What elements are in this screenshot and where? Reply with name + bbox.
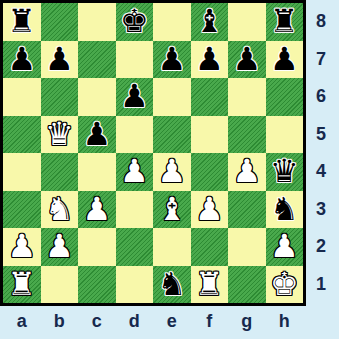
chess-app: ♜♚♝♜♟♟♟♟♟♟♟♛♟♟♟♟♛♞♟♝♟♞♟♟♟♜♞♜♚ 87654321 a… [0,0,339,339]
black-king-piece[interactable]: ♚ [116,3,154,41]
square-b5[interactable]: ♛ [41,116,79,154]
square-h3[interactable]: ♞ [266,191,304,229]
square-e5[interactable] [153,116,191,154]
black-pawn-piece[interactable]: ♟ [191,41,229,79]
black-bishop-piece[interactable]: ♝ [191,3,229,41]
square-a8[interactable]: ♜ [3,3,41,41]
square-f6[interactable] [191,78,229,116]
white-pawn-piece[interactable]: ♟ [228,153,266,191]
square-d7[interactable] [116,41,154,79]
square-h5[interactable] [266,116,304,154]
black-knight-piece[interactable]: ♞ [153,266,191,304]
square-f1[interactable]: ♜ [191,266,229,304]
rank-label-7: 7 [306,41,336,79]
square-c7[interactable] [78,41,116,79]
square-h2[interactable]: ♟ [266,228,304,266]
white-queen-piece[interactable]: ♛ [41,116,79,154]
square-c2[interactable] [78,228,116,266]
square-e4[interactable]: ♟ [153,153,191,191]
square-f8[interactable]: ♝ [191,3,229,41]
square-a6[interactable] [3,78,41,116]
square-f5[interactable] [191,116,229,154]
black-queen-piece[interactable]: ♛ [266,153,304,191]
white-bishop-piece[interactable]: ♝ [153,191,191,229]
white-pawn-piece[interactable]: ♟ [41,228,79,266]
file-label-a: a [3,306,41,336]
square-d4[interactable]: ♟ [116,153,154,191]
square-g6[interactable] [228,78,266,116]
square-f2[interactable] [191,228,229,266]
square-d3[interactable] [116,191,154,229]
square-h4[interactable]: ♛ [266,153,304,191]
square-e3[interactable]: ♝ [153,191,191,229]
black-rook-piece[interactable]: ♜ [266,3,304,41]
square-c5[interactable]: ♟ [78,116,116,154]
black-pawn-piece[interactable]: ♟ [3,41,41,79]
file-label-c: c [78,306,116,336]
square-f7[interactable]: ♟ [191,41,229,79]
file-label-f: f [191,306,229,336]
square-c1[interactable] [78,266,116,304]
white-pawn-piece[interactable]: ♟ [153,153,191,191]
file-labels: abcdefgh [3,306,303,336]
white-pawn-piece[interactable]: ♟ [3,228,41,266]
rank-label-6: 6 [306,78,336,116]
square-c8[interactable] [78,3,116,41]
square-a1[interactable]: ♜ [3,266,41,304]
rank-labels: 87654321 [306,3,336,303]
square-d6[interactable]: ♟ [116,78,154,116]
square-e7[interactable]: ♟ [153,41,191,79]
square-h1[interactable]: ♚ [266,266,304,304]
white-pawn-piece[interactable]: ♟ [266,228,304,266]
black-pawn-piece[interactable]: ♟ [116,78,154,116]
square-c3[interactable]: ♟ [78,191,116,229]
black-pawn-piece[interactable]: ♟ [228,41,266,79]
square-b8[interactable] [41,3,79,41]
square-b1[interactable] [41,266,79,304]
square-g2[interactable] [228,228,266,266]
square-e2[interactable] [153,228,191,266]
black-pawn-piece[interactable]: ♟ [153,41,191,79]
square-d5[interactable] [116,116,154,154]
white-knight-piece[interactable]: ♞ [41,191,79,229]
square-b2[interactable]: ♟ [41,228,79,266]
file-label-d: d [116,306,154,336]
square-d2[interactable] [116,228,154,266]
white-king-piece[interactable]: ♚ [266,266,304,304]
rank-label-8: 8 [306,3,336,41]
square-b6[interactable] [41,78,79,116]
square-g5[interactable] [228,116,266,154]
rank-label-4: 4 [306,153,336,191]
square-a5[interactable] [3,116,41,154]
file-label-g: g [228,306,266,336]
square-e6[interactable] [153,78,191,116]
white-rook-piece[interactable]: ♜ [3,266,41,304]
square-a4[interactable] [3,153,41,191]
square-h7[interactable]: ♟ [266,41,304,79]
square-g4[interactable]: ♟ [228,153,266,191]
square-h8[interactable]: ♜ [266,3,304,41]
white-pawn-piece[interactable]: ♟ [191,191,229,229]
rank-label-1: 1 [306,266,336,304]
rank-label-5: 5 [306,116,336,154]
white-pawn-piece[interactable]: ♟ [116,153,154,191]
square-d8[interactable]: ♚ [116,3,154,41]
square-e8[interactable] [153,3,191,41]
black-pawn-piece[interactable]: ♟ [78,116,116,154]
black-pawn-piece[interactable]: ♟ [41,41,79,79]
square-g1[interactable] [228,266,266,304]
square-c6[interactable] [78,78,116,116]
square-d1[interactable] [116,266,154,304]
square-g3[interactable] [228,191,266,229]
white-pawn-piece[interactable]: ♟ [78,191,116,229]
black-knight-piece[interactable]: ♞ [266,191,304,229]
square-a7[interactable]: ♟ [3,41,41,79]
square-g7[interactable]: ♟ [228,41,266,79]
rank-label-3: 3 [306,191,336,229]
rank-label-2: 2 [306,228,336,266]
black-rook-piece[interactable]: ♜ [3,3,41,41]
square-f3[interactable]: ♟ [191,191,229,229]
square-g8[interactable] [228,3,266,41]
square-b7[interactable]: ♟ [41,41,79,79]
white-rook-piece[interactable]: ♜ [191,266,229,304]
board: ♜♚♝♜♟♟♟♟♟♟♟♛♟♟♟♟♛♞♟♝♟♞♟♟♟♜♞♜♚ [0,0,306,306]
file-label-e: e [153,306,191,336]
square-c4[interactable] [78,153,116,191]
square-h6[interactable] [266,78,304,116]
square-b4[interactable] [41,153,79,191]
square-a3[interactable] [3,191,41,229]
square-b3[interactable]: ♞ [41,191,79,229]
black-pawn-piece[interactable]: ♟ [266,41,304,79]
square-a2[interactable]: ♟ [3,228,41,266]
file-label-h: h [266,306,304,336]
file-label-b: b [41,306,79,336]
square-f4[interactable] [191,153,229,191]
square-e1[interactable]: ♞ [153,266,191,304]
